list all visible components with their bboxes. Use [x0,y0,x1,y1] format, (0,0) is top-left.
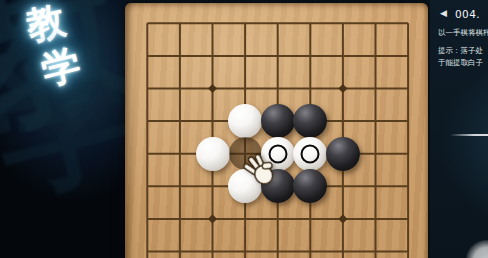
hint-text-line-2: 于能提取白子 [438,58,483,68]
capture-target-marker [268,144,287,163]
teaching-title-char-1: 教 [23,0,68,45]
panel-divider [450,134,488,136]
star-point [208,84,217,93]
white-stone [228,104,262,138]
black-stone [261,104,295,138]
teaching-panel: 教 学 教 学 [0,0,127,258]
lesson-number: 004. [455,8,480,20]
lesson-info-panel: ◀ 004. 以一手棋将棋枰 提示：落子处 于能提取白子 [430,0,488,258]
star-point [208,214,217,223]
star-point [338,84,347,93]
back-arrow-icon[interactable]: ◀ [440,9,447,18]
lesson-description: 以一手棋将棋枰 [438,28,488,38]
black-stone [326,137,360,171]
screenshot-root: 教 学 教 学 ◀ 004. 以一手棋将棋枰 提示：落子处 于能提取白子 [0,0,488,258]
capture-target-marker [301,144,320,163]
star-point [338,214,347,223]
marked-white-stone [293,137,327,171]
portrait-fragment [466,240,488,258]
goban-board[interactable] [125,3,428,258]
white-stone [196,137,230,171]
hint-text-line-1: 提示：落子处 [438,46,483,56]
